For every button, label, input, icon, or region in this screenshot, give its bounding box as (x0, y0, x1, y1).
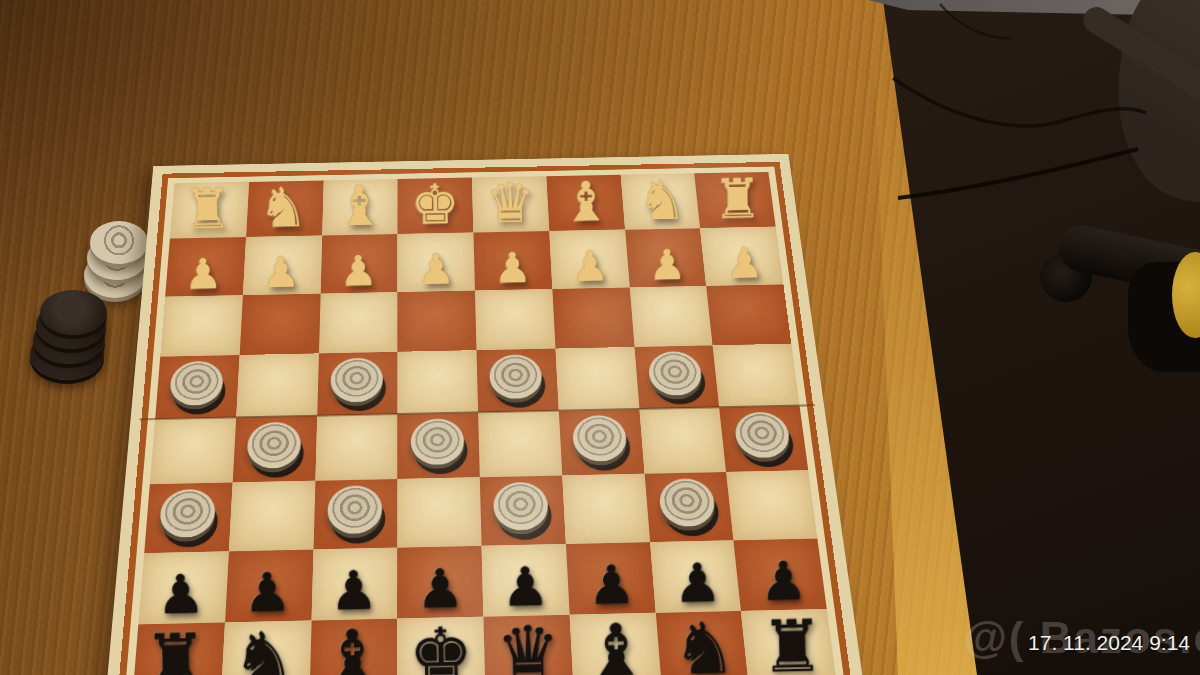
square-a6[interactable] (726, 470, 817, 539)
checker-stack-a5[interactable] (719, 406, 808, 473)
square-g8[interactable]: ♞ (221, 620, 311, 675)
square-a7[interactable]: ♟ (734, 538, 827, 611)
checker-stack-h4[interactable] (155, 355, 239, 419)
white-rook-h1[interactable]: ♜ (182, 181, 232, 237)
black-pawn-f7[interactable]: ♟ (329, 564, 378, 618)
black-pawn-h7[interactable]: ♟ (157, 567, 206, 621)
square-f8[interactable]: ♝ (309, 618, 397, 675)
checker-stack-g5[interactable] (232, 416, 316, 483)
square-f5[interactable] (315, 414, 398, 481)
checker-stack-b4[interactable] (634, 345, 719, 409)
square-b5[interactable] (639, 407, 726, 474)
square-b3[interactable] (629, 286, 712, 347)
black-knight-b8[interactable]: ♞ (671, 612, 736, 675)
square-e6[interactable] (397, 477, 481, 547)
white-queen-d1[interactable]: ♛ (486, 176, 536, 232)
white-knight-g1[interactable]: ♞ (258, 180, 308, 236)
square-h3[interactable] (160, 295, 242, 357)
black-pawn-d7[interactable]: ♟ (501, 560, 550, 614)
white-pawn-f2[interactable]: ♟ (339, 249, 377, 292)
square-d6[interactable] (480, 476, 566, 546)
black-pawn-b7[interactable]: ♟ (673, 556, 722, 610)
square-g1[interactable]: ♞ (246, 180, 323, 237)
white-pawn-e2[interactable]: ♟ (417, 247, 455, 290)
white-bishop-f1[interactable]: ♝ (334, 179, 384, 235)
black-rook-a8[interactable]: ♜ (759, 610, 824, 675)
checker-stack-d6[interactable] (480, 476, 566, 546)
square-d5[interactable] (478, 411, 562, 478)
square-g2[interactable]: ♟ (243, 236, 322, 295)
square-h4[interactable] (155, 355, 239, 419)
white-pawn-a2[interactable]: ♟ (725, 241, 763, 283)
square-f7[interactable]: ♟ (311, 547, 397, 620)
white-pawn-b2[interactable]: ♟ (648, 243, 686, 285)
light-checker (90, 221, 148, 264)
square-d1[interactable]: ♛ (472, 176, 549, 233)
square-g4[interactable] (236, 353, 319, 417)
black-rook-h8[interactable]: ♜ (143, 624, 209, 675)
checker-stack-c5[interactable] (559, 409, 645, 476)
square-h6[interactable] (144, 483, 232, 553)
white-king-e1[interactable]: ♚ (410, 177, 460, 233)
square-a4[interactable] (713, 344, 800, 408)
checker-stack-f4[interactable] (317, 352, 398, 416)
black-bishop-c8[interactable]: ♝ (584, 614, 650, 675)
checker-stack-d4[interactable] (476, 348, 558, 412)
square-e4[interactable] (398, 350, 479, 414)
checker-stack-b6[interactable] (644, 472, 733, 542)
photo-scene: ♜♞♝♚♛♝♞♜♟♟♟♟♟♟♟♟♟♟♟♟♟♟♟♟♜♞♝♚♛♝♞♜ @( Bazo… (0, 0, 1200, 675)
chess-board: ♜♞♝♚♛♝♞♜♟♟♟♟♟♟♟♟♟♟♟♟♟♟♟♟♜♞♝♚♛♝♞♜ (103, 154, 867, 675)
black-pawn-e7[interactable]: ♟ (415, 562, 464, 616)
square-c6[interactable] (562, 474, 650, 544)
dark-checker (40, 290, 107, 335)
white-pawn-h2[interactable]: ♟ (184, 252, 223, 295)
checker-stack-e5[interactable] (397, 412, 479, 479)
square-b7[interactable]: ♟ (650, 540, 741, 613)
white-rook-a1[interactable]: ♜ (712, 171, 762, 226)
square-a3[interactable] (706, 284, 791, 345)
white-pawn-g2[interactable]: ♟ (262, 250, 301, 293)
square-f2[interactable]: ♟ (320, 234, 397, 293)
white-pawn-c2[interactable]: ♟ (571, 244, 609, 286)
photo-timestamp: 17. 11. 2024 9:14 (1028, 631, 1190, 655)
square-a5[interactable] (719, 406, 808, 473)
square-a1[interactable]: ♜ (694, 172, 775, 228)
square-c5[interactable] (559, 409, 645, 476)
square-g5[interactable] (232, 416, 316, 483)
square-b6[interactable] (644, 472, 733, 542)
checker-stack-f6[interactable] (313, 479, 397, 549)
square-g3[interactable] (239, 293, 320, 355)
white-knight-b1[interactable]: ♞ (637, 173, 687, 228)
square-b4[interactable] (634, 345, 719, 409)
square-g7[interactable]: ♟ (225, 549, 313, 622)
black-pawn-a7[interactable]: ♟ (759, 554, 808, 608)
white-pawn-d2[interactable]: ♟ (494, 246, 532, 289)
black-queen-d8[interactable]: ♛ (496, 616, 562, 675)
square-d3[interactable] (475, 289, 555, 350)
square-f4[interactable] (317, 352, 398, 416)
square-c2[interactable]: ♟ (549, 230, 629, 289)
square-h8[interactable]: ♜ (132, 622, 225, 675)
square-f3[interactable] (319, 292, 398, 353)
board-grid: ♜♞♝♚♛♝♞♜♟♟♟♟♟♟♟♟♟♟♟♟♟♟♟♟♜♞♝♚♛♝♞♜ (132, 172, 836, 675)
square-e1[interactable]: ♚ (398, 178, 474, 235)
square-b2[interactable]: ♟ (625, 228, 707, 287)
square-h7[interactable]: ♟ (138, 551, 228, 624)
black-knight-g8[interactable]: ♞ (231, 622, 297, 675)
square-h5[interactable] (150, 417, 236, 484)
square-c4[interactable] (555, 347, 639, 411)
square-c1[interactable]: ♝ (546, 175, 625, 232)
square-h2[interactable]: ♟ (165, 237, 246, 296)
square-a2[interactable]: ♟ (700, 227, 783, 286)
square-b1[interactable]: ♞ (620, 173, 700, 229)
square-c7[interactable]: ♟ (566, 542, 656, 615)
black-pawn-g7[interactable]: ♟ (243, 566, 292, 620)
square-c8[interactable]: ♝ (569, 613, 661, 675)
square-d4[interactable] (476, 348, 558, 412)
square-g6[interactable] (229, 481, 315, 551)
black-pawn-c7[interactable]: ♟ (587, 558, 636, 612)
square-c3[interactable] (552, 287, 634, 348)
square-e2[interactable]: ♟ (398, 233, 475, 292)
square-d8[interactable]: ♛ (483, 615, 573, 675)
square-d7[interactable]: ♟ (482, 544, 570, 617)
square-d2[interactable]: ♟ (473, 231, 552, 290)
checker-stack-h6[interactable] (144, 483, 232, 553)
square-b8[interactable]: ♞ (655, 611, 749, 675)
black-bishop-f8[interactable]: ♝ (319, 620, 385, 675)
square-a8[interactable]: ♜ (741, 609, 837, 675)
square-h1[interactable]: ♜ (170, 182, 249, 239)
square-e7[interactable]: ♟ (397, 545, 483, 618)
square-e5[interactable] (397, 412, 479, 479)
square-e3[interactable] (398, 290, 477, 351)
square-f1[interactable]: ♝ (322, 179, 398, 236)
square-e8[interactable]: ♚ (397, 616, 485, 675)
white-bishop-c1[interactable]: ♝ (561, 174, 611, 229)
black-king-e8[interactable]: ♚ (408, 618, 474, 675)
square-f6[interactable] (313, 479, 397, 549)
